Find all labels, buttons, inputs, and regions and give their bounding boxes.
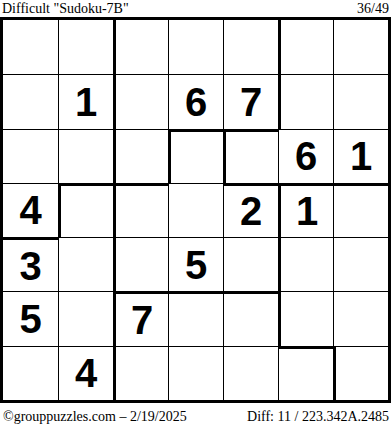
cell-r7c1[interactable] bbox=[3, 346, 58, 400]
cell-r7c4[interactable] bbox=[168, 346, 223, 400]
cell-r1c6[interactable] bbox=[278, 20, 333, 74]
cell-r3c2[interactable] bbox=[58, 129, 113, 183]
cell-r4c6[interactable]: 1 bbox=[278, 183, 333, 237]
cell-r3c1[interactable] bbox=[3, 129, 58, 183]
cell-r4c7[interactable] bbox=[333, 183, 388, 237]
cell-r6c1[interactable]: 5 bbox=[3, 291, 58, 345]
page-header: Difficult "Sudoku-7B" 36/49 bbox=[0, 0, 391, 17]
cell-r6c7[interactable] bbox=[333, 291, 388, 345]
cell-r5c1[interactable]: 3 bbox=[3, 237, 58, 291]
cell-r4c2[interactable] bbox=[58, 183, 113, 237]
cell-r1c3[interactable] bbox=[113, 20, 168, 74]
cell-r5c5[interactable] bbox=[223, 237, 278, 291]
sudoku-board: 1676142135574 bbox=[0, 17, 391, 403]
cell-r6c6[interactable] bbox=[278, 291, 333, 345]
cell-r5c3[interactable] bbox=[113, 237, 168, 291]
cell-r7c7[interactable] bbox=[333, 346, 388, 400]
cell-r6c4[interactable] bbox=[168, 291, 223, 345]
cell-r6c2[interactable] bbox=[58, 291, 113, 345]
cell-r4c1[interactable]: 4 bbox=[3, 183, 58, 237]
cell-r1c5[interactable] bbox=[223, 20, 278, 74]
cell-r1c1[interactable] bbox=[3, 20, 58, 74]
puzzle-title: Difficult "Sudoku-7B" bbox=[2, 1, 129, 16]
cell-r3c6[interactable]: 6 bbox=[278, 129, 333, 183]
cell-r7c5[interactable] bbox=[223, 346, 278, 400]
cell-r7c6[interactable] bbox=[278, 346, 333, 400]
cell-r7c3[interactable] bbox=[113, 346, 168, 400]
cell-r1c4[interactable] bbox=[168, 20, 223, 74]
cell-r6c5[interactable] bbox=[223, 291, 278, 345]
cell-r1c2[interactable] bbox=[58, 20, 113, 74]
copyright-date: ©grouppuzzles.com – 2/19/2025 bbox=[3, 409, 187, 425]
cell-r3c7[interactable]: 1 bbox=[333, 129, 388, 183]
cell-r2c2[interactable]: 1 bbox=[58, 74, 113, 128]
cell-r4c3[interactable] bbox=[113, 183, 168, 237]
cell-r5c4[interactable]: 5 bbox=[168, 237, 223, 291]
cell-r2c6[interactable] bbox=[278, 74, 333, 128]
page-footer: ©grouppuzzles.com – 2/19/2025 Diff: 11 /… bbox=[0, 403, 391, 425]
cell-r3c5[interactable] bbox=[223, 129, 278, 183]
cell-r1c7[interactable] bbox=[333, 20, 388, 74]
cell-r7c2[interactable]: 4 bbox=[58, 346, 113, 400]
cell-r5c6[interactable] bbox=[278, 237, 333, 291]
cell-r5c7[interactable] bbox=[333, 237, 388, 291]
cell-r2c5[interactable]: 7 bbox=[223, 74, 278, 128]
cell-r3c3[interactable] bbox=[113, 129, 168, 183]
cell-r2c1[interactable] bbox=[3, 74, 58, 128]
cell-r4c4[interactable] bbox=[168, 183, 223, 237]
empty-cell-counter: 36/49 bbox=[357, 1, 389, 16]
cell-r2c7[interactable] bbox=[333, 74, 388, 128]
difficulty-id: Diff: 11 / 223.342A.2485 bbox=[247, 409, 389, 425]
cell-r5c2[interactable] bbox=[58, 237, 113, 291]
cell-r3c4[interactable] bbox=[168, 129, 223, 183]
cell-r2c4[interactable]: 6 bbox=[168, 74, 223, 128]
cell-r6c3[interactable]: 7 bbox=[113, 291, 168, 345]
cell-r2c3[interactable] bbox=[113, 74, 168, 128]
cell-r4c5[interactable]: 2 bbox=[223, 183, 278, 237]
